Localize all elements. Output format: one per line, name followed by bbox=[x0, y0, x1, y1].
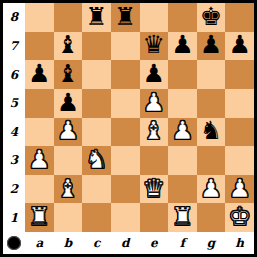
piece-white-pawn: ♟ bbox=[143, 90, 165, 115]
square-a4[interactable] bbox=[25, 118, 54, 147]
square-f4[interactable]: ♟ bbox=[168, 118, 197, 147]
square-g1[interactable] bbox=[197, 203, 226, 232]
square-c8[interactable]: ♜ bbox=[82, 3, 111, 32]
square-e5[interactable]: ♟ bbox=[140, 89, 169, 118]
square-d5[interactable] bbox=[111, 89, 140, 118]
square-f7[interactable]: ♟ bbox=[168, 32, 197, 61]
square-f3[interactable] bbox=[168, 146, 197, 175]
square-e2[interactable]: ♛ bbox=[140, 175, 169, 204]
rank-label-1: 1 bbox=[3, 203, 25, 232]
file-label-f: f bbox=[168, 232, 197, 254]
piece-black-bishop: ♝ bbox=[57, 61, 79, 86]
side-to-move-indicator bbox=[7, 236, 21, 250]
square-h4[interactable] bbox=[225, 118, 254, 147]
square-g2[interactable]: ♟ bbox=[197, 175, 226, 204]
square-b1[interactable] bbox=[54, 203, 83, 232]
square-f1[interactable]: ♜ bbox=[168, 203, 197, 232]
square-e8[interactable] bbox=[140, 3, 169, 32]
rank-label-2: 2 bbox=[3, 175, 25, 204]
square-b4[interactable]: ♟ bbox=[54, 118, 83, 147]
square-g7[interactable]: ♟ bbox=[197, 32, 226, 61]
rank-label-8: 8 bbox=[3, 3, 25, 32]
square-a3[interactable]: ♟ bbox=[25, 146, 54, 175]
file-label-h: h bbox=[225, 232, 254, 254]
chess-board: ♜♜♚♝♛♟♟♟♟♝♟♟♟♟♝♟♞♟♞♝♛♟♟♜♜♚ bbox=[25, 3, 254, 232]
square-f8[interactable] bbox=[168, 3, 197, 32]
side-to-move-corner bbox=[3, 232, 25, 254]
piece-black-pawn: ♟ bbox=[228, 32, 250, 57]
square-h1[interactable]: ♚ bbox=[225, 203, 254, 232]
square-a6[interactable]: ♟ bbox=[25, 60, 54, 89]
file-labels: abcdefgh bbox=[25, 232, 254, 254]
piece-black-pawn: ♟ bbox=[57, 90, 79, 115]
piece-black-knight: ♞ bbox=[200, 118, 222, 143]
file-label-e: e bbox=[140, 232, 169, 254]
square-c2[interactable] bbox=[82, 175, 111, 204]
square-h5[interactable] bbox=[225, 89, 254, 118]
square-b6[interactable]: ♝ bbox=[54, 60, 83, 89]
piece-white-rook: ♜ bbox=[28, 204, 50, 229]
square-d7[interactable] bbox=[111, 32, 140, 61]
square-h8[interactable] bbox=[225, 3, 254, 32]
square-f2[interactable] bbox=[168, 175, 197, 204]
square-e6[interactable]: ♟ bbox=[140, 60, 169, 89]
rank-label-4: 4 bbox=[3, 118, 25, 147]
square-c4[interactable] bbox=[82, 118, 111, 147]
square-f5[interactable] bbox=[168, 89, 197, 118]
square-d2[interactable] bbox=[111, 175, 140, 204]
piece-white-queen: ♛ bbox=[143, 176, 165, 201]
file-label-g: g bbox=[197, 232, 226, 254]
chess-diagram: 87654321 ♜♜♚♝♛♟♟♟♟♝♟♟♟♟♝♟♞♟♞♝♛♟♟♜♜♚ abcd… bbox=[0, 0, 257, 257]
square-g4[interactable]: ♞ bbox=[197, 118, 226, 147]
square-g3[interactable] bbox=[197, 146, 226, 175]
square-h7[interactable]: ♟ bbox=[225, 32, 254, 61]
rank-labels: 87654321 bbox=[3, 3, 25, 232]
square-c3[interactable]: ♞ bbox=[82, 146, 111, 175]
file-label-a: a bbox=[25, 232, 54, 254]
square-g6[interactable] bbox=[197, 60, 226, 89]
piece-white-bishop: ♝ bbox=[143, 118, 165, 143]
file-label-b: b bbox=[54, 232, 83, 254]
square-c5[interactable] bbox=[82, 89, 111, 118]
file-label-d: d bbox=[111, 232, 140, 254]
square-e3[interactable] bbox=[140, 146, 169, 175]
square-d3[interactable] bbox=[111, 146, 140, 175]
piece-white-pawn: ♟ bbox=[171, 118, 193, 143]
square-a5[interactable] bbox=[25, 89, 54, 118]
square-e1[interactable] bbox=[140, 203, 169, 232]
square-e4[interactable]: ♝ bbox=[140, 118, 169, 147]
square-c7[interactable] bbox=[82, 32, 111, 61]
piece-black-pawn: ♟ bbox=[200, 32, 222, 57]
piece-black-queen: ♛ bbox=[143, 32, 165, 57]
file-label-c: c bbox=[82, 232, 111, 254]
square-a8[interactable] bbox=[25, 3, 54, 32]
diagram-inner: 87654321 ♜♜♚♝♛♟♟♟♟♝♟♟♟♟♝♟♞♟♞♝♛♟♟♜♜♚ abcd… bbox=[3, 3, 254, 254]
square-f6[interactable] bbox=[168, 60, 197, 89]
square-h2[interactable]: ♟ bbox=[225, 175, 254, 204]
piece-white-knight: ♞ bbox=[85, 147, 107, 172]
square-h6[interactable] bbox=[225, 60, 254, 89]
piece-white-bishop: ♝ bbox=[57, 176, 79, 201]
square-g5[interactable] bbox=[197, 89, 226, 118]
piece-black-pawn: ♟ bbox=[171, 32, 193, 57]
square-d8[interactable]: ♜ bbox=[111, 3, 140, 32]
square-c1[interactable] bbox=[82, 203, 111, 232]
square-b5[interactable]: ♟ bbox=[54, 89, 83, 118]
piece-black-rook: ♜ bbox=[114, 4, 136, 29]
rank-label-7: 7 bbox=[3, 32, 25, 61]
piece-white-king: ♚ bbox=[228, 204, 250, 229]
square-d4[interactable] bbox=[111, 118, 140, 147]
piece-black-bishop: ♝ bbox=[57, 32, 79, 57]
square-d1[interactable] bbox=[111, 203, 140, 232]
square-a2[interactable] bbox=[25, 175, 54, 204]
square-a7[interactable] bbox=[25, 32, 54, 61]
square-c6[interactable] bbox=[82, 60, 111, 89]
piece-white-pawn: ♟ bbox=[200, 176, 222, 201]
rank-label-5: 5 bbox=[3, 89, 25, 118]
square-a1[interactable]: ♜ bbox=[25, 203, 54, 232]
square-b3[interactable] bbox=[54, 146, 83, 175]
piece-black-pawn: ♟ bbox=[143, 61, 165, 86]
square-g8[interactable]: ♚ bbox=[197, 3, 226, 32]
rank-label-3: 3 bbox=[3, 146, 25, 175]
piece-black-rook: ♜ bbox=[85, 4, 107, 29]
piece-white-pawn: ♟ bbox=[228, 176, 250, 201]
piece-white-pawn: ♟ bbox=[57, 118, 79, 143]
square-b7[interactable]: ♝ bbox=[54, 32, 83, 61]
piece-black-pawn: ♟ bbox=[28, 61, 50, 86]
piece-white-pawn: ♟ bbox=[28, 147, 50, 172]
square-b8[interactable] bbox=[54, 3, 83, 32]
piece-white-rook: ♜ bbox=[171, 204, 193, 229]
square-e7[interactable]: ♛ bbox=[140, 32, 169, 61]
square-d6[interactable] bbox=[111, 60, 140, 89]
square-h3[interactable] bbox=[225, 146, 254, 175]
rank-label-6: 6 bbox=[3, 60, 25, 89]
piece-black-king: ♚ bbox=[200, 4, 222, 29]
square-b2[interactable]: ♝ bbox=[54, 175, 83, 204]
